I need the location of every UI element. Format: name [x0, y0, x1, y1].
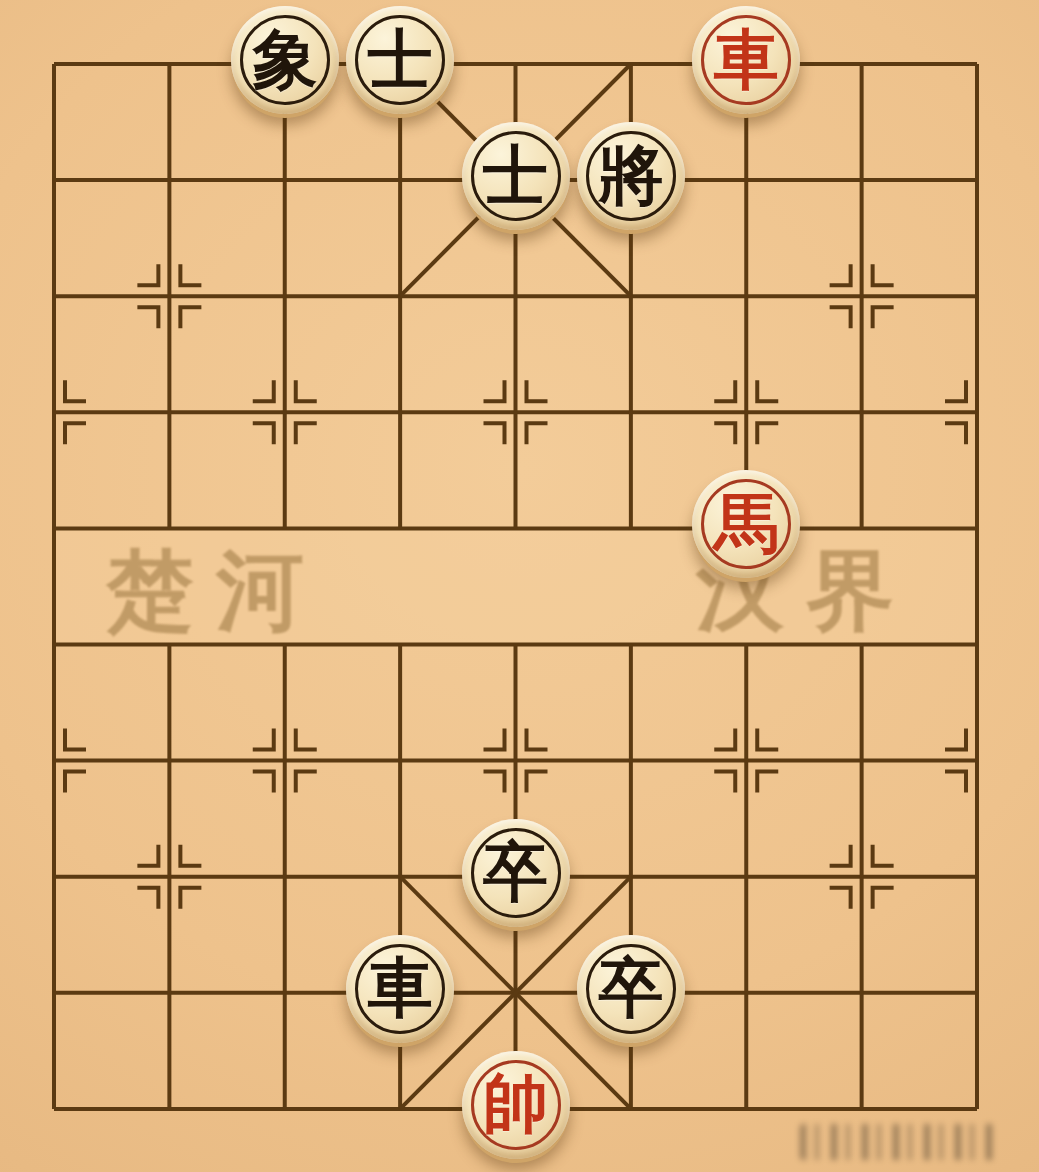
piece-red-general[interactable]: 帥 — [462, 1051, 570, 1159]
piece-glyph: 將 — [598, 143, 663, 208]
xiangqi-app: 楚河 汉界 象士車士將馬卒車卒帥 — [0, 0, 1039, 1172]
piece-glyph: 帥 — [483, 1071, 548, 1136]
piece-glyph: 象 — [252, 27, 317, 92]
piece-red-chariot[interactable]: 車 — [692, 6, 800, 114]
piece-grid: 象士車士將馬卒車卒帥 — [0, 6, 1035, 1167]
piece-glyph: 車 — [714, 27, 779, 92]
piece-black-general[interactable]: 將 — [577, 122, 685, 230]
piece-red-horse[interactable]: 馬 — [692, 470, 800, 578]
watermark — [800, 1124, 996, 1160]
piece-glyph: 士 — [368, 27, 433, 92]
piece-black-advisor[interactable]: 士 — [462, 122, 570, 230]
piece-glyph: 車 — [368, 955, 433, 1020]
piece-glyph: 馬 — [714, 491, 779, 556]
piece-glyph: 卒 — [598, 955, 663, 1020]
piece-black-advisor[interactable]: 士 — [346, 6, 454, 114]
piece-black-elephant[interactable]: 象 — [231, 6, 339, 114]
piece-glyph: 士 — [483, 143, 548, 208]
piece-glyph: 卒 — [483, 839, 548, 904]
piece-black-soldier[interactable]: 卒 — [462, 819, 570, 927]
piece-black-chariot[interactable]: 車 — [346, 935, 454, 1043]
piece-black-soldier[interactable]: 卒 — [577, 935, 685, 1043]
